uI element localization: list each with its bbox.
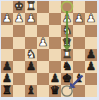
square-a2[interactable]: ♟ xyxy=(85,13,97,25)
square-g2[interactable]: ♟ xyxy=(13,13,25,25)
black-queen[interactable]: ♛ xyxy=(49,85,61,97)
square-b5[interactable] xyxy=(73,49,85,61)
square-f8[interactable]: ♝ xyxy=(25,85,37,97)
square-h3[interactable] xyxy=(1,25,13,37)
square-d5[interactable] xyxy=(49,49,61,61)
square-c8[interactable] xyxy=(61,85,73,97)
square-g6[interactable] xyxy=(13,61,25,73)
square-e1[interactable] xyxy=(37,1,49,13)
square-a7[interactable] xyxy=(85,73,97,85)
white-pawn[interactable]: ♟ xyxy=(25,13,37,25)
black-pawn[interactable]: ♟ xyxy=(25,61,37,73)
square-e4[interactable]: ♟ xyxy=(37,37,49,49)
square-b8[interactable] xyxy=(73,85,85,97)
square-e6[interactable] xyxy=(37,61,49,73)
square-h8[interactable]: ♜ xyxy=(1,85,13,97)
square-d1[interactable] xyxy=(49,1,61,13)
white-pawn[interactable]: ♟ xyxy=(73,13,85,25)
black-bishop[interactable]: ♝ xyxy=(25,85,37,97)
square-g4[interactable] xyxy=(13,37,25,49)
square-f2[interactable]: ♟ xyxy=(25,13,37,25)
square-f6[interactable]: ♟ xyxy=(25,61,37,73)
square-g5[interactable] xyxy=(13,49,25,61)
square-d8[interactable]: ♛ xyxy=(49,85,61,97)
square-e2[interactable] xyxy=(37,13,49,25)
square-b2[interactable]: ♟ xyxy=(73,13,85,25)
square-g8[interactable] xyxy=(13,85,25,97)
square-d4[interactable] xyxy=(49,37,61,49)
square-b3[interactable] xyxy=(73,25,85,37)
white-pawn[interactable]: ♟ xyxy=(37,37,49,49)
square-d2[interactable] xyxy=(49,13,61,25)
chess-app-window: ♚♜♟♟♟♟♟♟♞♟♛♞♜♟♟♟♞♟♟♟♚♝♜♝♛ xyxy=(0,0,99,100)
black-king[interactable]: ♚ xyxy=(61,73,73,85)
square-b4[interactable] xyxy=(73,37,85,49)
square-a3[interactable] xyxy=(85,25,97,37)
square-h4[interactable] xyxy=(1,37,13,49)
black-rook[interactable]: ♜ xyxy=(1,85,13,97)
black-bishop[interactable]: ♝ xyxy=(73,73,85,85)
square-g7[interactable] xyxy=(13,73,25,85)
chess-board[interactable]: ♚♜♟♟♟♟♟♟♞♟♛♞♜♟♟♟♞♟♟♟♚♝♜♝♛ xyxy=(1,1,97,97)
square-a6[interactable]: ♟ xyxy=(85,61,97,73)
white-pawn[interactable]: ♟ xyxy=(13,13,25,25)
square-f3[interactable] xyxy=(25,25,37,37)
square-b7[interactable]: ♝ xyxy=(73,73,85,85)
square-a8[interactable] xyxy=(85,85,97,97)
square-c7[interactable]: ♚ xyxy=(61,73,73,85)
square-e8[interactable] xyxy=(37,85,49,97)
square-d3[interactable] xyxy=(49,25,61,37)
black-pawn[interactable]: ♟ xyxy=(85,61,97,73)
white-pawn[interactable]: ♟ xyxy=(1,13,13,25)
square-e7[interactable] xyxy=(37,73,49,85)
square-g3[interactable] xyxy=(13,25,25,37)
square-h2[interactable]: ♟ xyxy=(1,13,13,25)
square-e5[interactable] xyxy=(37,49,49,61)
white-pawn[interactable]: ♟ xyxy=(85,13,97,25)
